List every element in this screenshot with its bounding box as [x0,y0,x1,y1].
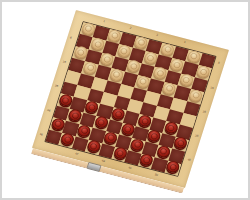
border-number: 46 [39,133,43,136]
square [164,160,181,175]
border-number: 25 [202,110,206,113]
draughts-board: 123451525354547484950616263646 [32,10,229,188]
border-number: 35 [195,134,199,137]
border-number: 15 [210,86,214,89]
border-number: 16 [62,60,66,63]
border-number: 4 [183,41,185,44]
product-photo-background: 123451525354547484950616263646 [0,0,250,200]
border-number: 48 [101,159,105,162]
border-number: 47 [74,152,78,155]
border-number: 36 [47,109,51,112]
border-number: 49 [128,166,132,169]
border-number: 50 [154,173,158,176]
